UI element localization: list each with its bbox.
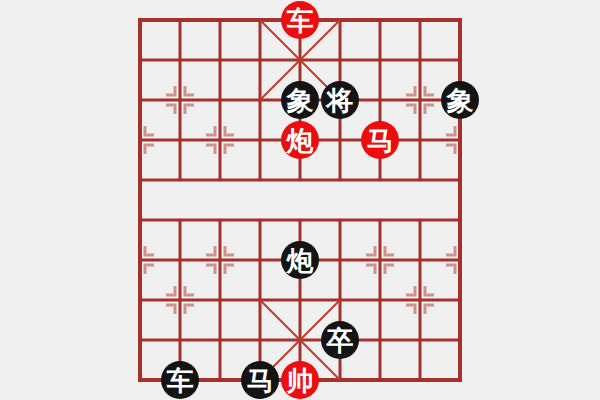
black-soldier[interactable]: 卒	[321, 321, 359, 359]
red-cannon[interactable]: 炮	[281, 121, 319, 159]
black-general[interactable]: 将	[321, 81, 359, 119]
red-chariot[interactable]: 车	[281, 1, 319, 39]
board-grid	[0, 0, 600, 400]
xiangqi-board: 车象将象炮马炮卒车马帅	[0, 0, 600, 400]
black-horse[interactable]: 马	[241, 361, 279, 399]
black-elephant[interactable]: 象	[281, 81, 319, 119]
red-general[interactable]: 帅	[281, 361, 319, 399]
black-chariot[interactable]: 车	[161, 361, 199, 399]
black-cannon[interactable]: 炮	[281, 241, 319, 279]
black-elephant[interactable]: 象	[441, 81, 479, 119]
red-horse[interactable]: 马	[361, 121, 399, 159]
